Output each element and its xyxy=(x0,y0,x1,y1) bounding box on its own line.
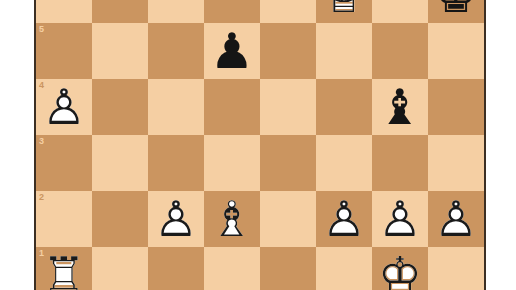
white-pawn-f2[interactable]: ♟♙ xyxy=(316,191,372,247)
square-f3[interactable] xyxy=(316,135,372,191)
white-piece-outline: ♖ xyxy=(36,247,92,290)
square-d5[interactable]: ♟ xyxy=(204,23,260,79)
black-bishop-g4[interactable]: ♝ xyxy=(372,79,428,135)
square-e1[interactable] xyxy=(260,247,316,290)
white-piece-outline: ♔ xyxy=(372,247,428,290)
rank-label-2: 2 xyxy=(39,192,44,202)
square-h2[interactable]: ♟♙ xyxy=(428,191,484,247)
white-queen-f6[interactable]: ♛♕ xyxy=(316,0,372,23)
square-f4[interactable] xyxy=(316,79,372,135)
white-rook-a1[interactable]: ♜♖ xyxy=(36,247,92,290)
rank-label-4: 4 xyxy=(39,80,44,90)
white-piece-outline: ♙ xyxy=(372,191,428,247)
square-c2[interactable]: ♟♙ xyxy=(148,191,204,247)
square-a1[interactable]: 1♜♖ xyxy=(36,247,92,290)
chess-screenshot-canvas: 6♛♕♚5♟4♟♙♝32♟♙♝♗♟♙♟♙♟♙1♜♖♚♔ xyxy=(0,0,516,290)
square-b5[interactable] xyxy=(92,23,148,79)
square-c5[interactable] xyxy=(148,23,204,79)
square-e3[interactable] xyxy=(260,135,316,191)
square-e5[interactable] xyxy=(260,23,316,79)
white-pawn-g2[interactable]: ♟♙ xyxy=(372,191,428,247)
square-h4[interactable] xyxy=(428,79,484,135)
square-d6[interactable] xyxy=(204,0,260,23)
square-b2[interactable] xyxy=(92,191,148,247)
square-b6[interactable] xyxy=(92,0,148,23)
black-piece-glyph: ♟ xyxy=(204,23,260,79)
square-e2[interactable] xyxy=(260,191,316,247)
square-e4[interactable] xyxy=(260,79,316,135)
black-piece-glyph: ♝ xyxy=(372,79,428,135)
square-g5[interactable] xyxy=(372,23,428,79)
rank-label-3: 3 xyxy=(39,136,44,146)
white-piece-outline: ♙ xyxy=(316,191,372,247)
white-pawn-h2[interactable]: ♟♙ xyxy=(428,191,484,247)
square-a3[interactable]: 3 xyxy=(36,135,92,191)
white-bishop-d2[interactable]: ♝♗ xyxy=(204,191,260,247)
square-f5[interactable] xyxy=(316,23,372,79)
square-f6[interactable]: ♛♕ xyxy=(316,0,372,23)
square-f2[interactable]: ♟♙ xyxy=(316,191,372,247)
square-g4[interactable]: ♝ xyxy=(372,79,428,135)
square-h3[interactable] xyxy=(428,135,484,191)
square-f1[interactable] xyxy=(316,247,372,290)
square-g6[interactable] xyxy=(372,0,428,23)
white-piece-outline: ♙ xyxy=(36,79,92,135)
square-h6[interactable]: ♚ xyxy=(428,0,484,23)
black-king-h6[interactable]: ♚ xyxy=(428,0,484,23)
square-g3[interactable] xyxy=(372,135,428,191)
white-piece-outline: ♕ xyxy=(316,0,372,23)
square-b3[interactable] xyxy=(92,135,148,191)
black-pawn-d5[interactable]: ♟ xyxy=(204,23,260,79)
white-piece-outline: ♗ xyxy=(204,191,260,247)
square-a6[interactable]: 6 xyxy=(36,0,92,23)
square-e6[interactable] xyxy=(260,0,316,23)
white-king-g1[interactable]: ♚♔ xyxy=(372,247,428,290)
black-piece-glyph: ♚ xyxy=(428,0,484,23)
square-b4[interactable] xyxy=(92,79,148,135)
rank-label-1: 1 xyxy=(39,248,44,258)
square-c1[interactable] xyxy=(148,247,204,290)
square-a5[interactable]: 5 xyxy=(36,23,92,79)
chess-board: 6♛♕♚5♟4♟♙♝32♟♙♝♗♟♙♟♙♟♙1♜♖♚♔ xyxy=(34,0,486,290)
white-pawn-c2[interactable]: ♟♙ xyxy=(148,191,204,247)
square-d3[interactable] xyxy=(204,135,260,191)
square-d4[interactable] xyxy=(204,79,260,135)
square-d2[interactable]: ♝♗ xyxy=(204,191,260,247)
square-h5[interactable] xyxy=(428,23,484,79)
square-h1[interactable] xyxy=(428,247,484,290)
square-d1[interactable] xyxy=(204,247,260,290)
white-pawn-a4[interactable]: ♟♙ xyxy=(36,79,92,135)
rank-label-5: 5 xyxy=(39,24,44,34)
square-c6[interactable] xyxy=(148,0,204,23)
square-a2[interactable]: 2 xyxy=(36,191,92,247)
white-piece-outline: ♙ xyxy=(148,191,204,247)
white-piece-outline: ♙ xyxy=(428,191,484,247)
square-g1[interactable]: ♚♔ xyxy=(372,247,428,290)
square-c3[interactable] xyxy=(148,135,204,191)
square-c4[interactable] xyxy=(148,79,204,135)
square-b1[interactable] xyxy=(92,247,148,290)
square-g2[interactable]: ♟♙ xyxy=(372,191,428,247)
square-a4[interactable]: 4♟♙ xyxy=(36,79,92,135)
